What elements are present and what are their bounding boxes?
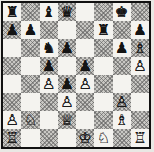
square-g2: ♗ [113,111,131,129]
black-pawn: ♟ [5,23,18,38]
white-king: ♔ [78,131,91,146]
white-pawn: ♙ [5,113,18,128]
square-f5 [94,57,112,75]
square-b7: ♟ [21,21,39,39]
square-c8: ♝ [40,3,58,21]
white-bishop: ♗ [133,41,146,56]
black-pawn: ♟ [24,23,37,38]
square-e4: ♙ [76,75,94,93]
square-a3 [3,93,21,111]
square-g6: ♟ [113,39,131,57]
black-pawn: ♟ [60,77,73,92]
white-rook: ♖ [5,131,18,146]
square-d8: ♛ [58,3,76,21]
square-h7: ♟ [131,21,149,39]
square-g4 [113,75,131,93]
square-e2 [76,111,94,129]
white-pawn: ♙ [115,95,128,110]
square-a8: ♜ [3,3,21,21]
square-h4 [131,75,149,93]
white-knight: ♘ [24,113,37,128]
black-pawn: ♟ [60,41,73,56]
black-rook: ♜ [97,23,110,38]
square-h8 [131,3,149,21]
square-c7 [40,21,58,39]
square-d1 [58,129,76,147]
square-f6 [94,39,112,57]
square-h6: ♗ [131,39,149,57]
black-pawn: ♟ [115,41,128,56]
square-d3: ♙ [58,93,76,111]
square-a1: ♖ [3,129,21,147]
square-d6: ♟ [58,39,76,57]
square-e5: ♟ [76,57,94,75]
square-e7 [76,21,94,39]
square-a4 [3,75,21,93]
square-f3 [94,93,112,111]
square-b2: ♘ [21,111,39,129]
square-c3 [40,93,58,111]
white-knight: ♘ [97,131,110,146]
square-c5: ♟ [40,57,58,75]
square-h5: ♙ [131,57,149,75]
square-f2 [94,111,112,129]
square-g7 [113,21,131,39]
black-pawn: ♟ [133,23,146,38]
square-g5 [113,57,131,75]
chess-diagram: ♜♝♛♚♟♟♜♟♞♟♟♗♟♟♙♙♟♙♙♙♙♘♕♗♖♔♘♖ [0,0,154,152]
square-e6 [76,39,94,57]
square-b3 [21,93,39,111]
black-rook: ♜ [5,5,18,20]
board-frame: ♜♝♛♚♟♟♜♟♞♟♟♗♟♟♙♙♟♙♙♙♙♘♕♗♖♔♘♖ [1,1,151,149]
white-pawn: ♙ [60,95,73,110]
square-f1: ♘ [94,129,112,147]
square-a7: ♟ [3,21,21,39]
white-pawn: ♙ [42,77,55,92]
square-g1 [113,129,131,147]
square-b8 [21,3,39,21]
square-h3 [131,93,149,111]
square-g8: ♚ [113,3,131,21]
square-g3: ♙ [113,93,131,111]
white-pawn: ♙ [133,59,146,74]
square-a5 [3,57,21,75]
square-d2: ♕ [58,111,76,129]
black-bishop: ♝ [42,5,55,20]
black-king: ♚ [115,5,128,20]
white-bishop: ♗ [115,113,128,128]
square-e8 [76,3,94,21]
square-d4: ♟ [58,75,76,93]
square-h1: ♖ [131,129,149,147]
square-f4 [94,75,112,93]
square-a2: ♙ [3,111,21,129]
square-f8 [94,3,112,21]
white-queen: ♕ [60,113,73,128]
square-d7 [58,21,76,39]
white-rook: ♖ [133,131,146,146]
square-e1: ♔ [76,129,94,147]
square-b6 [21,39,39,57]
square-b4 [21,75,39,93]
square-d5 [58,57,76,75]
square-c4: ♙ [40,75,58,93]
square-b1 [21,129,39,147]
square-e3 [76,93,94,111]
black-queen: ♛ [60,5,73,20]
chess-board: ♜♝♛♚♟♟♜♟♞♟♟♗♟♟♙♙♟♙♙♙♙♘♕♗♖♔♘♖ [3,3,149,147]
square-c2 [40,111,58,129]
square-c1 [40,129,58,147]
square-f7: ♜ [94,21,112,39]
square-b5 [21,57,39,75]
black-pawn: ♟ [42,59,55,74]
square-h2 [131,111,149,129]
square-a6 [3,39,21,57]
black-knight: ♞ [42,41,55,56]
black-pawn: ♟ [78,59,91,74]
square-c6: ♞ [40,39,58,57]
white-pawn: ♙ [78,77,91,92]
